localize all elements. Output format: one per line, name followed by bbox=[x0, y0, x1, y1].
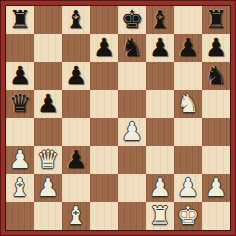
square-g8[interactable] bbox=[174, 6, 202, 34]
piece-white-king[interactable]: ♚ bbox=[177, 202, 199, 230]
square-b6[interactable] bbox=[34, 62, 62, 90]
piece-black-bishop[interactable]: ♝ bbox=[149, 6, 171, 34]
piece-white-pawn[interactable]: ♟ bbox=[37, 174, 59, 202]
piece-black-queen[interactable]: ♛ bbox=[9, 90, 31, 118]
square-c3[interactable]: ♟ bbox=[62, 146, 90, 174]
square-d6[interactable] bbox=[90, 62, 118, 90]
piece-black-pawn[interactable]: ♟ bbox=[149, 34, 171, 62]
square-h7[interactable]: ♟ bbox=[202, 34, 230, 62]
square-h2[interactable]: ♟ bbox=[202, 174, 230, 202]
square-a6[interactable]: ♟ bbox=[6, 62, 34, 90]
piece-white-pawn[interactable]: ♟ bbox=[149, 174, 171, 202]
square-g2[interactable]: ♟ bbox=[174, 174, 202, 202]
square-h1[interactable] bbox=[202, 202, 230, 230]
square-g4[interactable] bbox=[174, 118, 202, 146]
square-a1[interactable] bbox=[6, 202, 34, 230]
chess-board: ♜♝♚♝♜♟♞♟♟♟♟♟♞♛♟♞♟♟♛♟♝♟♟♟♟♝♜♚ bbox=[6, 6, 230, 230]
square-a8[interactable]: ♜ bbox=[6, 6, 34, 34]
piece-black-knight[interactable]: ♞ bbox=[205, 62, 227, 90]
square-h3[interactable] bbox=[202, 146, 230, 174]
square-d1[interactable] bbox=[90, 202, 118, 230]
square-d5[interactable] bbox=[90, 90, 118, 118]
square-d7[interactable]: ♟ bbox=[90, 34, 118, 62]
piece-black-pawn[interactable]: ♟ bbox=[205, 34, 227, 62]
piece-black-rook[interactable]: ♜ bbox=[205, 6, 227, 34]
square-e3[interactable] bbox=[118, 146, 146, 174]
square-c1[interactable]: ♝ bbox=[62, 202, 90, 230]
square-d4[interactable] bbox=[90, 118, 118, 146]
piece-black-knight[interactable]: ♞ bbox=[121, 34, 143, 62]
piece-black-pawn[interactable]: ♟ bbox=[65, 146, 87, 174]
square-a5[interactable]: ♛ bbox=[6, 90, 34, 118]
square-e1[interactable] bbox=[118, 202, 146, 230]
square-d8[interactable] bbox=[90, 6, 118, 34]
square-b5[interactable]: ♟ bbox=[34, 90, 62, 118]
square-e4[interactable]: ♟ bbox=[118, 118, 146, 146]
square-f7[interactable]: ♟ bbox=[146, 34, 174, 62]
square-g6[interactable] bbox=[174, 62, 202, 90]
square-a3[interactable]: ♟ bbox=[6, 146, 34, 174]
square-g5[interactable]: ♞ bbox=[174, 90, 202, 118]
piece-white-bishop[interactable]: ♝ bbox=[65, 202, 87, 230]
piece-white-pawn[interactable]: ♟ bbox=[177, 174, 199, 202]
square-f8[interactable]: ♝ bbox=[146, 6, 174, 34]
square-h8[interactable]: ♜ bbox=[202, 6, 230, 34]
piece-white-knight[interactable]: ♞ bbox=[177, 90, 199, 118]
square-e5[interactable] bbox=[118, 90, 146, 118]
square-d2[interactable] bbox=[90, 174, 118, 202]
piece-black-king[interactable]: ♚ bbox=[121, 6, 143, 34]
square-e6[interactable] bbox=[118, 62, 146, 90]
square-b2[interactable]: ♟ bbox=[34, 174, 62, 202]
square-b7[interactable] bbox=[34, 34, 62, 62]
square-h4[interactable] bbox=[202, 118, 230, 146]
square-b8[interactable] bbox=[34, 6, 62, 34]
piece-black-pawn[interactable]: ♟ bbox=[177, 34, 199, 62]
square-f3[interactable] bbox=[146, 146, 174, 174]
piece-black-pawn[interactable]: ♟ bbox=[9, 62, 31, 90]
square-d3[interactable] bbox=[90, 146, 118, 174]
square-e8[interactable]: ♚ bbox=[118, 6, 146, 34]
square-e2[interactable] bbox=[118, 174, 146, 202]
square-f2[interactable]: ♟ bbox=[146, 174, 174, 202]
piece-black-bishop[interactable]: ♝ bbox=[65, 6, 87, 34]
board-frame: ♜♝♚♝♜♟♞♟♟♟♟♟♞♛♟♞♟♟♛♟♝♟♟♟♟♝♜♚ bbox=[0, 0, 236, 236]
square-a4[interactable] bbox=[6, 118, 34, 146]
piece-white-pawn[interactable]: ♟ bbox=[9, 146, 31, 174]
piece-black-pawn[interactable]: ♟ bbox=[65, 62, 87, 90]
square-a7[interactable] bbox=[6, 34, 34, 62]
square-c4[interactable] bbox=[62, 118, 90, 146]
square-f1[interactable]: ♜ bbox=[146, 202, 174, 230]
piece-white-pawn[interactable]: ♟ bbox=[121, 118, 143, 146]
square-b4[interactable] bbox=[34, 118, 62, 146]
square-b3[interactable]: ♛ bbox=[34, 146, 62, 174]
piece-white-bishop[interactable]: ♝ bbox=[9, 174, 31, 202]
square-h6[interactable]: ♞ bbox=[202, 62, 230, 90]
square-a2[interactable]: ♝ bbox=[6, 174, 34, 202]
square-f4[interactable] bbox=[146, 118, 174, 146]
piece-black-rook[interactable]: ♜ bbox=[9, 6, 31, 34]
square-c8[interactable]: ♝ bbox=[62, 6, 90, 34]
square-g3[interactable] bbox=[174, 146, 202, 174]
square-f6[interactable] bbox=[146, 62, 174, 90]
square-g7[interactable]: ♟ bbox=[174, 34, 202, 62]
piece-black-pawn[interactable]: ♟ bbox=[37, 90, 59, 118]
square-c2[interactable] bbox=[62, 174, 90, 202]
square-c5[interactable] bbox=[62, 90, 90, 118]
square-c7[interactable] bbox=[62, 34, 90, 62]
square-g1[interactable]: ♚ bbox=[174, 202, 202, 230]
square-c6[interactable]: ♟ bbox=[62, 62, 90, 90]
square-h5[interactable] bbox=[202, 90, 230, 118]
piece-white-queen[interactable]: ♛ bbox=[37, 146, 59, 174]
square-b1[interactable] bbox=[34, 202, 62, 230]
square-f5[interactable] bbox=[146, 90, 174, 118]
piece-black-pawn[interactable]: ♟ bbox=[93, 34, 115, 62]
piece-white-pawn[interactable]: ♟ bbox=[205, 174, 227, 202]
piece-white-rook[interactable]: ♜ bbox=[149, 202, 171, 230]
square-e7[interactable]: ♞ bbox=[118, 34, 146, 62]
